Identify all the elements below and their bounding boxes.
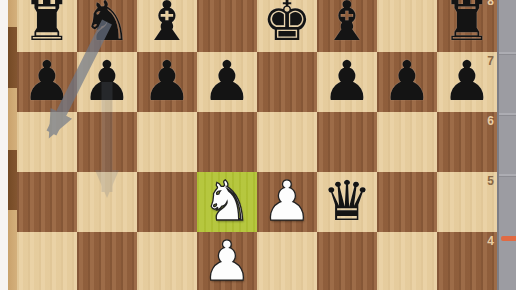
black-pawn-d7[interactable]: ♟ <box>197 52 257 112</box>
square-e4[interactable] <box>257 232 317 290</box>
black-pawn-f7[interactable]: ♟ <box>317 52 377 112</box>
black-pawn-h7[interactable]: ♟ <box>437 52 497 112</box>
white-knight-d5[interactable]: ♞ <box>197 172 257 232</box>
rank-label-6: 6 <box>487 114 494 128</box>
black-bishop-f8[interactable]: ♝ <box>317 0 377 52</box>
square-d6[interactable] <box>197 112 257 172</box>
square-e8[interactable]: ♚ <box>257 0 317 52</box>
square-c8[interactable]: ♝ <box>137 0 197 52</box>
black-queen-f5[interactable]: ♛ <box>317 172 377 232</box>
white-pawn-e5[interactable]: ♟ <box>257 172 317 232</box>
wood-sliver-segment <box>8 27 17 88</box>
square-h4[interactable]: 4 <box>437 232 497 290</box>
square-f6[interactable] <box>317 112 377 172</box>
square-g5[interactable] <box>377 172 437 232</box>
left-margin-strip <box>0 0 8 290</box>
chess-app-screen: ♜♞♝♚♝8♜♟♟♟♟♟♟7♟6♞♟♛5♟4 <box>0 0 516 290</box>
wood-sliver-segment <box>8 150 17 210</box>
square-c5[interactable] <box>137 172 197 232</box>
square-f4[interactable] <box>317 232 377 290</box>
square-c4[interactable] <box>137 232 197 290</box>
square-a7[interactable]: ♟ <box>17 52 77 112</box>
wood-sliver-segment <box>8 0 17 27</box>
white-pawn-d4[interactable]: ♟ <box>197 232 257 290</box>
board-viewport: ♜♞♝♚♝8♜♟♟♟♟♟♟7♟6♞♟♛5♟4 <box>17 0 497 290</box>
rank-label-4: 4 <box>487 234 494 248</box>
square-a5[interactable] <box>17 172 77 232</box>
square-f5[interactable]: ♛ <box>317 172 377 232</box>
square-a4[interactable] <box>17 232 77 290</box>
square-h5[interactable]: 5 <box>437 172 497 232</box>
black-pawn-c7[interactable]: ♟ <box>137 52 197 112</box>
square-e5[interactable]: ♟ <box>257 172 317 232</box>
square-e7[interactable] <box>257 52 317 112</box>
strip-seam <box>499 174 516 177</box>
square-g4[interactable] <box>377 232 437 290</box>
adjacent-wood-sliver <box>8 0 17 290</box>
black-pawn-a7[interactable]: ♟ <box>17 52 77 112</box>
square-b6[interactable] <box>77 112 137 172</box>
strip-seam <box>499 113 516 116</box>
wood-sliver-segment <box>8 210 17 290</box>
square-h6[interactable]: 6 <box>437 112 497 172</box>
square-h7[interactable]: 7♟ <box>437 52 497 112</box>
strip-seam <box>499 52 516 55</box>
wood-sliver-segment <box>8 88 17 150</box>
square-b8[interactable]: ♞ <box>77 0 137 52</box>
black-knight-b8[interactable]: ♞ <box>77 0 137 52</box>
square-d4[interactable]: ♟ <box>197 232 257 290</box>
rank-label-5: 5 <box>487 174 494 188</box>
square-d8[interactable] <box>197 0 257 52</box>
square-b7[interactable]: ♟ <box>77 52 137 112</box>
square-a8[interactable]: ♜ <box>17 0 77 52</box>
black-bishop-c8[interactable]: ♝ <box>137 0 197 52</box>
square-b4[interactable] <box>77 232 137 290</box>
black-king-e8[interactable]: ♚ <box>257 0 317 52</box>
orange-scroll-marker <box>501 236 516 241</box>
black-pawn-b7[interactable]: ♟ <box>77 52 137 112</box>
square-g7[interactable]: ♟ <box>377 52 437 112</box>
square-e6[interactable] <box>257 112 317 172</box>
square-d7[interactable]: ♟ <box>197 52 257 112</box>
square-b5[interactable] <box>77 172 137 232</box>
square-g6[interactable] <box>377 112 437 172</box>
square-f8[interactable]: ♝ <box>317 0 377 52</box>
square-g8[interactable] <box>377 0 437 52</box>
chess-board: ♜♞♝♚♝8♜♟♟♟♟♟♟7♟6♞♟♛5♟4 <box>17 0 497 290</box>
square-a6[interactable] <box>17 112 77 172</box>
square-c6[interactable] <box>137 112 197 172</box>
square-d5[interactable]: ♞ <box>197 172 257 232</box>
black-pawn-g7[interactable]: ♟ <box>377 52 437 112</box>
square-f7[interactable]: ♟ <box>317 52 377 112</box>
square-h8[interactable]: 8♜ <box>437 0 497 52</box>
black-rook-a8[interactable]: ♜ <box>17 0 77 52</box>
black-rook-h8[interactable]: ♜ <box>437 0 497 52</box>
right-gray-strip[interactable] <box>497 0 516 290</box>
square-c7[interactable]: ♟ <box>137 52 197 112</box>
